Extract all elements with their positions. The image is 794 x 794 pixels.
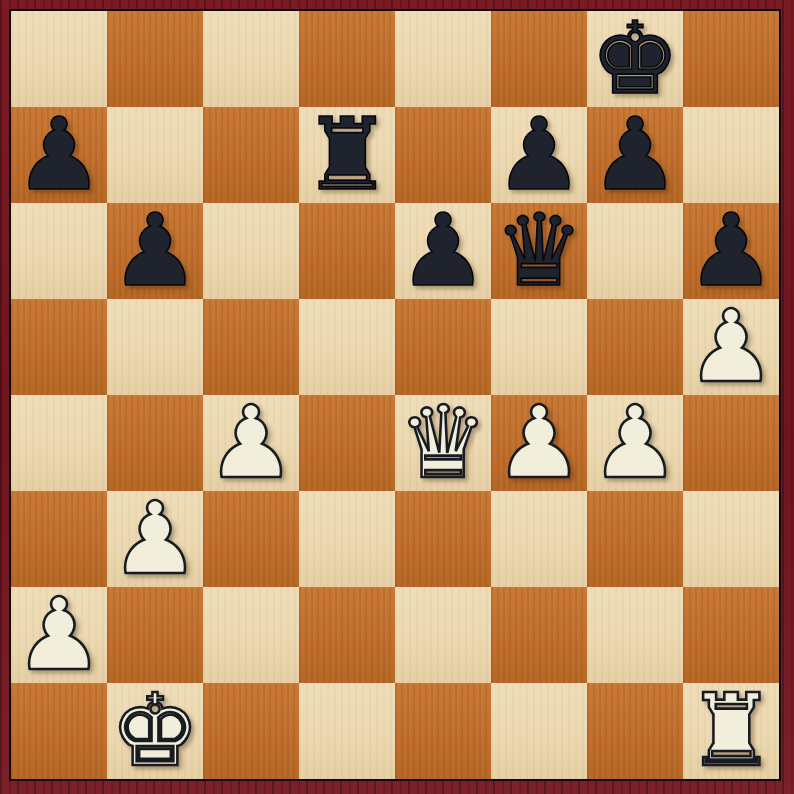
square-e8[interactable]: [395, 11, 491, 107]
square-d7[interactable]: ♜: [299, 107, 395, 203]
square-h8[interactable]: [683, 11, 779, 107]
square-f6[interactable]: ♛: [491, 203, 587, 299]
piece-white-queen[interactable]: ♛: [395, 395, 491, 491]
square-b8[interactable]: [107, 11, 203, 107]
piece-white-pawn[interactable]: ♟: [587, 395, 683, 491]
square-c8[interactable]: [203, 11, 299, 107]
square-h2[interactable]: [683, 587, 779, 683]
square-d6[interactable]: [299, 203, 395, 299]
square-f4[interactable]: ♟: [491, 395, 587, 491]
square-a8[interactable]: [11, 11, 107, 107]
square-h5[interactable]: ♟: [683, 299, 779, 395]
square-g8[interactable]: ♚: [587, 11, 683, 107]
square-c1[interactable]: [203, 683, 299, 779]
square-d8[interactable]: [299, 11, 395, 107]
piece-black-pawn[interactable]: ♟: [395, 203, 491, 299]
square-e3[interactable]: [395, 491, 491, 587]
square-b6[interactable]: ♟: [107, 203, 203, 299]
square-g7[interactable]: ♟: [587, 107, 683, 203]
square-b2[interactable]: [107, 587, 203, 683]
square-f1[interactable]: [491, 683, 587, 779]
piece-black-king[interactable]: ♚: [587, 11, 683, 107]
square-a7[interactable]: ♟: [11, 107, 107, 203]
square-f5[interactable]: [491, 299, 587, 395]
square-d5[interactable]: [299, 299, 395, 395]
square-e7[interactable]: [395, 107, 491, 203]
square-g4[interactable]: ♟: [587, 395, 683, 491]
square-d2[interactable]: [299, 587, 395, 683]
square-e6[interactable]: ♟: [395, 203, 491, 299]
square-b1[interactable]: ♚: [107, 683, 203, 779]
square-d1[interactable]: [299, 683, 395, 779]
square-h1[interactable]: ♜: [683, 683, 779, 779]
square-f3[interactable]: [491, 491, 587, 587]
square-h4[interactable]: [683, 395, 779, 491]
square-a6[interactable]: [11, 203, 107, 299]
square-b7[interactable]: [107, 107, 203, 203]
square-h6[interactable]: ♟: [683, 203, 779, 299]
square-h3[interactable]: [683, 491, 779, 587]
square-c7[interactable]: [203, 107, 299, 203]
chess-board: ♚♟♜♟♟♟♟♛♟♟♟♛♟♟♟♟♚♜: [11, 11, 779, 779]
piece-white-pawn[interactable]: ♟: [683, 299, 779, 395]
piece-black-rook[interactable]: ♜: [299, 107, 395, 203]
piece-black-queen[interactable]: ♛: [491, 203, 587, 299]
piece-white-pawn[interactable]: ♟: [491, 395, 587, 491]
piece-white-pawn[interactable]: ♟: [11, 587, 107, 683]
piece-black-pawn[interactable]: ♟: [107, 203, 203, 299]
square-c6[interactable]: [203, 203, 299, 299]
piece-black-pawn[interactable]: ♟: [491, 107, 587, 203]
piece-black-pawn[interactable]: ♟: [683, 203, 779, 299]
piece-black-pawn[interactable]: ♟: [587, 107, 683, 203]
square-a3[interactable]: [11, 491, 107, 587]
square-a2[interactable]: ♟: [11, 587, 107, 683]
square-g3[interactable]: [587, 491, 683, 587]
square-c2[interactable]: [203, 587, 299, 683]
square-f2[interactable]: [491, 587, 587, 683]
square-h7[interactable]: [683, 107, 779, 203]
piece-white-king[interactable]: ♚: [107, 683, 203, 779]
square-c5[interactable]: [203, 299, 299, 395]
square-f8[interactable]: [491, 11, 587, 107]
square-a4[interactable]: [11, 395, 107, 491]
square-b5[interactable]: [107, 299, 203, 395]
square-d4[interactable]: [299, 395, 395, 491]
square-g6[interactable]: [587, 203, 683, 299]
square-b4[interactable]: [107, 395, 203, 491]
piece-white-pawn[interactable]: ♟: [203, 395, 299, 491]
piece-white-pawn[interactable]: ♟: [107, 491, 203, 587]
square-a1[interactable]: [11, 683, 107, 779]
board-edge-line: ♚♟♜♟♟♟♟♛♟♟♟♛♟♟♟♟♚♜: [9, 9, 781, 781]
square-g1[interactable]: [587, 683, 683, 779]
piece-white-rook[interactable]: ♜: [683, 683, 779, 779]
square-e1[interactable]: [395, 683, 491, 779]
square-g2[interactable]: [587, 587, 683, 683]
square-e4[interactable]: ♛: [395, 395, 491, 491]
square-a5[interactable]: [11, 299, 107, 395]
square-b3[interactable]: ♟: [107, 491, 203, 587]
square-g5[interactable]: [587, 299, 683, 395]
square-f7[interactable]: ♟: [491, 107, 587, 203]
square-d3[interactable]: [299, 491, 395, 587]
square-e2[interactable]: [395, 587, 491, 683]
square-c4[interactable]: ♟: [203, 395, 299, 491]
board-frame: ♚♟♜♟♟♟♟♛♟♟♟♛♟♟♟♟♚♜: [0, 0, 794, 794]
square-e5[interactable]: [395, 299, 491, 395]
square-c3[interactable]: [203, 491, 299, 587]
piece-black-pawn[interactable]: ♟: [11, 107, 107, 203]
